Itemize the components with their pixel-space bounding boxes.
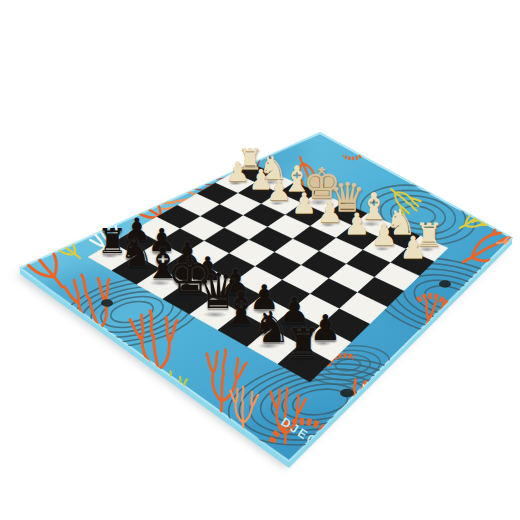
mat-dot	[439, 280, 451, 287]
mat-dot	[207, 425, 219, 432]
scene-svg: DJECO	[0, 0, 520, 520]
ripple-decoration	[28, 153, 81, 192]
coral-decoration	[12, 155, 55, 193]
mat-dot	[152, 196, 162, 202]
mat-dot	[340, 389, 354, 398]
mat-dot	[101, 299, 113, 306]
board-scene: DJECO	[0, 0, 520, 520]
chess-set-photo: DJECO ♜♞♝♚♛♝♞♜♟♟♟♟♟♟♟♟♟♟♟♟♟♟♟♟♜♞♝♚♛♝♞♜	[0, 0, 520, 520]
